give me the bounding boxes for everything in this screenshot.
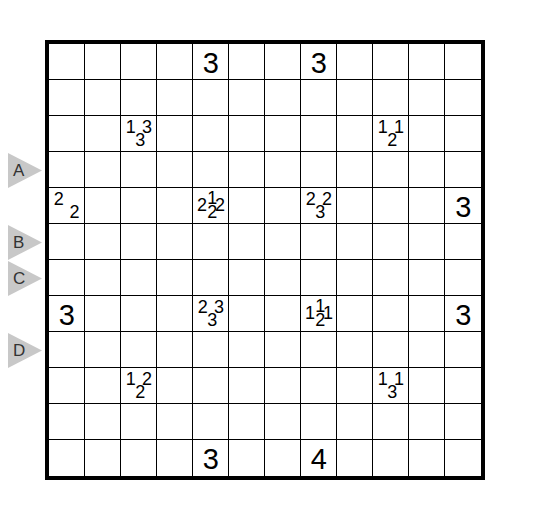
clue-number: 2 [135,383,145,401]
cell-r3c12[interactable] [445,116,481,152]
cell-r12c8: 4 [301,440,337,476]
cell-r3c6[interactable] [229,116,265,152]
cell-r12c7[interactable] [265,440,301,476]
clue-number: 3 [203,445,219,474]
cell-r5c10[interactable] [373,188,409,224]
cell-r3c11[interactable] [409,116,445,152]
cell-r10c12[interactable] [445,368,481,404]
cell-r2c12[interactable] [445,80,481,116]
cell-r9c3[interactable] [121,332,157,368]
cell-r1c5: 3 [193,44,229,80]
clue-number: 4 [311,445,327,474]
cell-r8c11[interactable] [409,296,445,332]
cell-r11c8[interactable] [301,404,337,440]
cell-r10c4[interactable] [157,368,193,404]
cell-r11c9[interactable] [337,404,373,440]
cell-r4c1[interactable] [49,152,85,188]
cell-r1c6[interactable] [229,44,265,80]
cell-r2c1[interactable] [49,80,85,116]
cell-r8c1: 3 [49,296,85,332]
cell-r8c7[interactable] [265,296,301,332]
row-marker-c: C [8,261,42,296]
clue-number: 3 [455,300,471,329]
cell-r10c10: 113 [373,368,409,404]
cell-r1c3[interactable] [121,44,157,80]
cell-r11c5[interactable] [193,404,229,440]
cell-r5c4[interactable] [157,188,193,224]
clue-number: 3 [387,383,397,401]
cell-r8c9[interactable] [337,296,373,332]
cell-r4c8[interactable] [301,152,337,188]
cell-r10c9[interactable] [337,368,373,404]
cell-r3c4[interactable] [157,116,193,152]
cell-r1c1[interactable] [49,44,85,80]
cell-r11c2[interactable] [85,404,121,440]
cell-r10c6[interactable] [229,368,265,404]
cell-r1c7[interactable] [265,44,301,80]
cell-r4c4[interactable] [157,152,193,188]
cell-r6c4[interactable] [157,224,193,260]
cell-r9c4[interactable] [157,332,193,368]
cell-r4c2[interactable] [85,152,121,188]
clue-number: 2 [54,190,64,208]
cell-r4c5[interactable] [193,152,229,188]
cell-r10c2[interactable] [85,368,121,404]
cell-r2c8[interactable] [301,80,337,116]
cell-r9c10[interactable] [373,332,409,368]
marker-label: D [13,341,25,361]
cell-r10c3: 122 [121,368,157,404]
cell-r7c12[interactable] [445,260,481,296]
tapa-grid: 33133112221222223332331112312211334 [49,44,481,476]
cell-r7c4[interactable] [157,260,193,296]
cell-r9c12[interactable] [445,332,481,368]
cell-r5c1: 22 [49,188,85,224]
cell-r4c12[interactable] [445,152,481,188]
cell-r7c3[interactable] [121,260,157,296]
cell-r9c9[interactable] [337,332,373,368]
cell-r12c10[interactable] [373,440,409,476]
clue-number: 2 [70,203,80,221]
marker-label: C [13,269,25,289]
cell-r5c11[interactable] [409,188,445,224]
cell-r9c2[interactable] [85,332,121,368]
cell-r5c7[interactable] [265,188,301,224]
cell-r7c2[interactable] [85,260,121,296]
cell-r9c1[interactable] [49,332,85,368]
cell-r2c2[interactable] [85,80,121,116]
cell-r6c8[interactable] [301,224,337,260]
cell-r4c11[interactable] [409,152,445,188]
cell-r1c4[interactable] [157,44,193,80]
cell-r8c12: 3 [445,296,481,332]
cell-r6c12[interactable] [445,224,481,260]
cell-r10c5[interactable] [193,368,229,404]
cell-r9c6[interactable] [229,332,265,368]
cell-r11c12[interactable] [445,404,481,440]
cell-r7c11[interactable] [409,260,445,296]
cell-r9c8[interactable] [301,332,337,368]
row-marker-b: B [8,225,42,260]
cell-r5c8: 223 [301,188,337,224]
cell-r6c11[interactable] [409,224,445,260]
cell-r1c8: 3 [301,44,337,80]
clue-number: 2 [315,311,325,329]
clue-number: 2 [387,131,397,149]
cell-r12c5: 3 [193,440,229,476]
cell-r12c11[interactable] [409,440,445,476]
cell-r2c9[interactable] [337,80,373,116]
cell-r9c11[interactable] [409,332,445,368]
tapa-board: 33133112221222223332331112312211334 [45,40,485,480]
cell-r1c11[interactable] [409,44,445,80]
cell-r12c2[interactable] [85,440,121,476]
clue-number: 3 [207,311,217,329]
cell-r5c2[interactable] [85,188,121,224]
clue-number: 3 [311,48,327,77]
cell-r3c10: 112 [373,116,409,152]
clue-number: 3 [59,300,75,329]
cell-r10c11[interactable] [409,368,445,404]
cell-r7c10[interactable] [373,260,409,296]
cell-r11c7[interactable] [265,404,301,440]
cell-r3c3: 133 [121,116,157,152]
cell-r5c9[interactable] [337,188,373,224]
cell-r4c6[interactable] [229,152,265,188]
cell-r2c7[interactable] [265,80,301,116]
cell-r7c7[interactable] [265,260,301,296]
cell-r4c9[interactable] [337,152,373,188]
cell-r1c2[interactable] [85,44,121,80]
cell-r7c9[interactable] [337,260,373,296]
marker-label: A [13,161,24,181]
cell-r4c7[interactable] [265,152,301,188]
cell-r11c6[interactable] [229,404,265,440]
cell-r7c5[interactable] [193,260,229,296]
cell-r12c6[interactable] [229,440,265,476]
cell-r6c10[interactable] [373,224,409,260]
cell-r2c4[interactable] [157,80,193,116]
cell-r12c12[interactable] [445,440,481,476]
cell-r12c3[interactable] [121,440,157,476]
cell-r12c4[interactable] [157,440,193,476]
clue-number: 2 [207,203,217,221]
cell-r10c7[interactable] [265,368,301,404]
cell-r5c12: 3 [445,188,481,224]
cell-r2c5[interactable] [193,80,229,116]
cell-r6c7[interactable] [265,224,301,260]
cell-r3c1[interactable] [49,116,85,152]
cell-r7c1[interactable] [49,260,85,296]
cell-r8c2[interactable] [85,296,121,332]
clue-number: 3 [315,203,325,221]
cell-r9c5[interactable] [193,332,229,368]
cell-r11c4[interactable] [157,404,193,440]
cell-r10c8[interactable] [301,368,337,404]
cell-r6c3[interactable] [121,224,157,260]
cell-r2c6[interactable] [229,80,265,116]
cell-r8c4[interactable] [157,296,193,332]
cell-r2c11[interactable] [409,80,445,116]
cell-r8c3[interactable] [121,296,157,332]
row-marker-d: D [8,333,42,368]
clue-number: 3 [455,192,471,221]
cell-r8c10[interactable] [373,296,409,332]
cell-r5c5: 1222 [193,188,229,224]
cell-r1c12[interactable] [445,44,481,80]
clue-number: 2 [197,196,207,214]
cell-r11c3[interactable] [121,404,157,440]
cell-r9c7[interactable] [265,332,301,368]
cell-r2c10[interactable] [373,80,409,116]
cell-r8c6[interactable] [229,296,265,332]
cell-r1c10[interactable] [373,44,409,80]
cell-r11c1[interactable] [49,404,85,440]
cell-r6c5[interactable] [193,224,229,260]
cell-r1c9[interactable] [337,44,373,80]
cell-r3c9[interactable] [337,116,373,152]
cell-r5c3[interactable] [121,188,157,224]
cell-r6c1[interactable] [49,224,85,260]
cell-r3c2[interactable] [85,116,121,152]
marker-label: B [13,233,24,253]
cell-r5c6[interactable] [229,188,265,224]
cell-r12c9[interactable] [337,440,373,476]
cell-r10c1[interactable] [49,368,85,404]
cell-r12c1[interactable] [49,440,85,476]
cell-r3c8[interactable] [301,116,337,152]
cell-r7c8[interactable] [301,260,337,296]
clue-number: 1 [305,304,315,322]
cell-r3c7[interactable] [265,116,301,152]
clue-number: 3 [203,48,219,77]
cell-r6c2[interactable] [85,224,121,260]
cell-r8c8: 1112 [301,296,337,332]
cell-r6c6[interactable] [229,224,265,260]
cell-r6c9[interactable] [337,224,373,260]
cell-r7c6[interactable] [229,260,265,296]
cell-r8c5: 233 [193,296,229,332]
cell-r2c3[interactable] [121,80,157,116]
row-marker-a: A [8,153,42,188]
cell-r11c10[interactable] [373,404,409,440]
cell-r4c3[interactable] [121,152,157,188]
cell-r4c10[interactable] [373,152,409,188]
cell-r3c5[interactable] [193,116,229,152]
clue-number: 3 [135,131,145,149]
puzzle-page: 33133112221222223332331112312211334 ABCD [0,0,534,523]
cell-r11c11[interactable] [409,404,445,440]
